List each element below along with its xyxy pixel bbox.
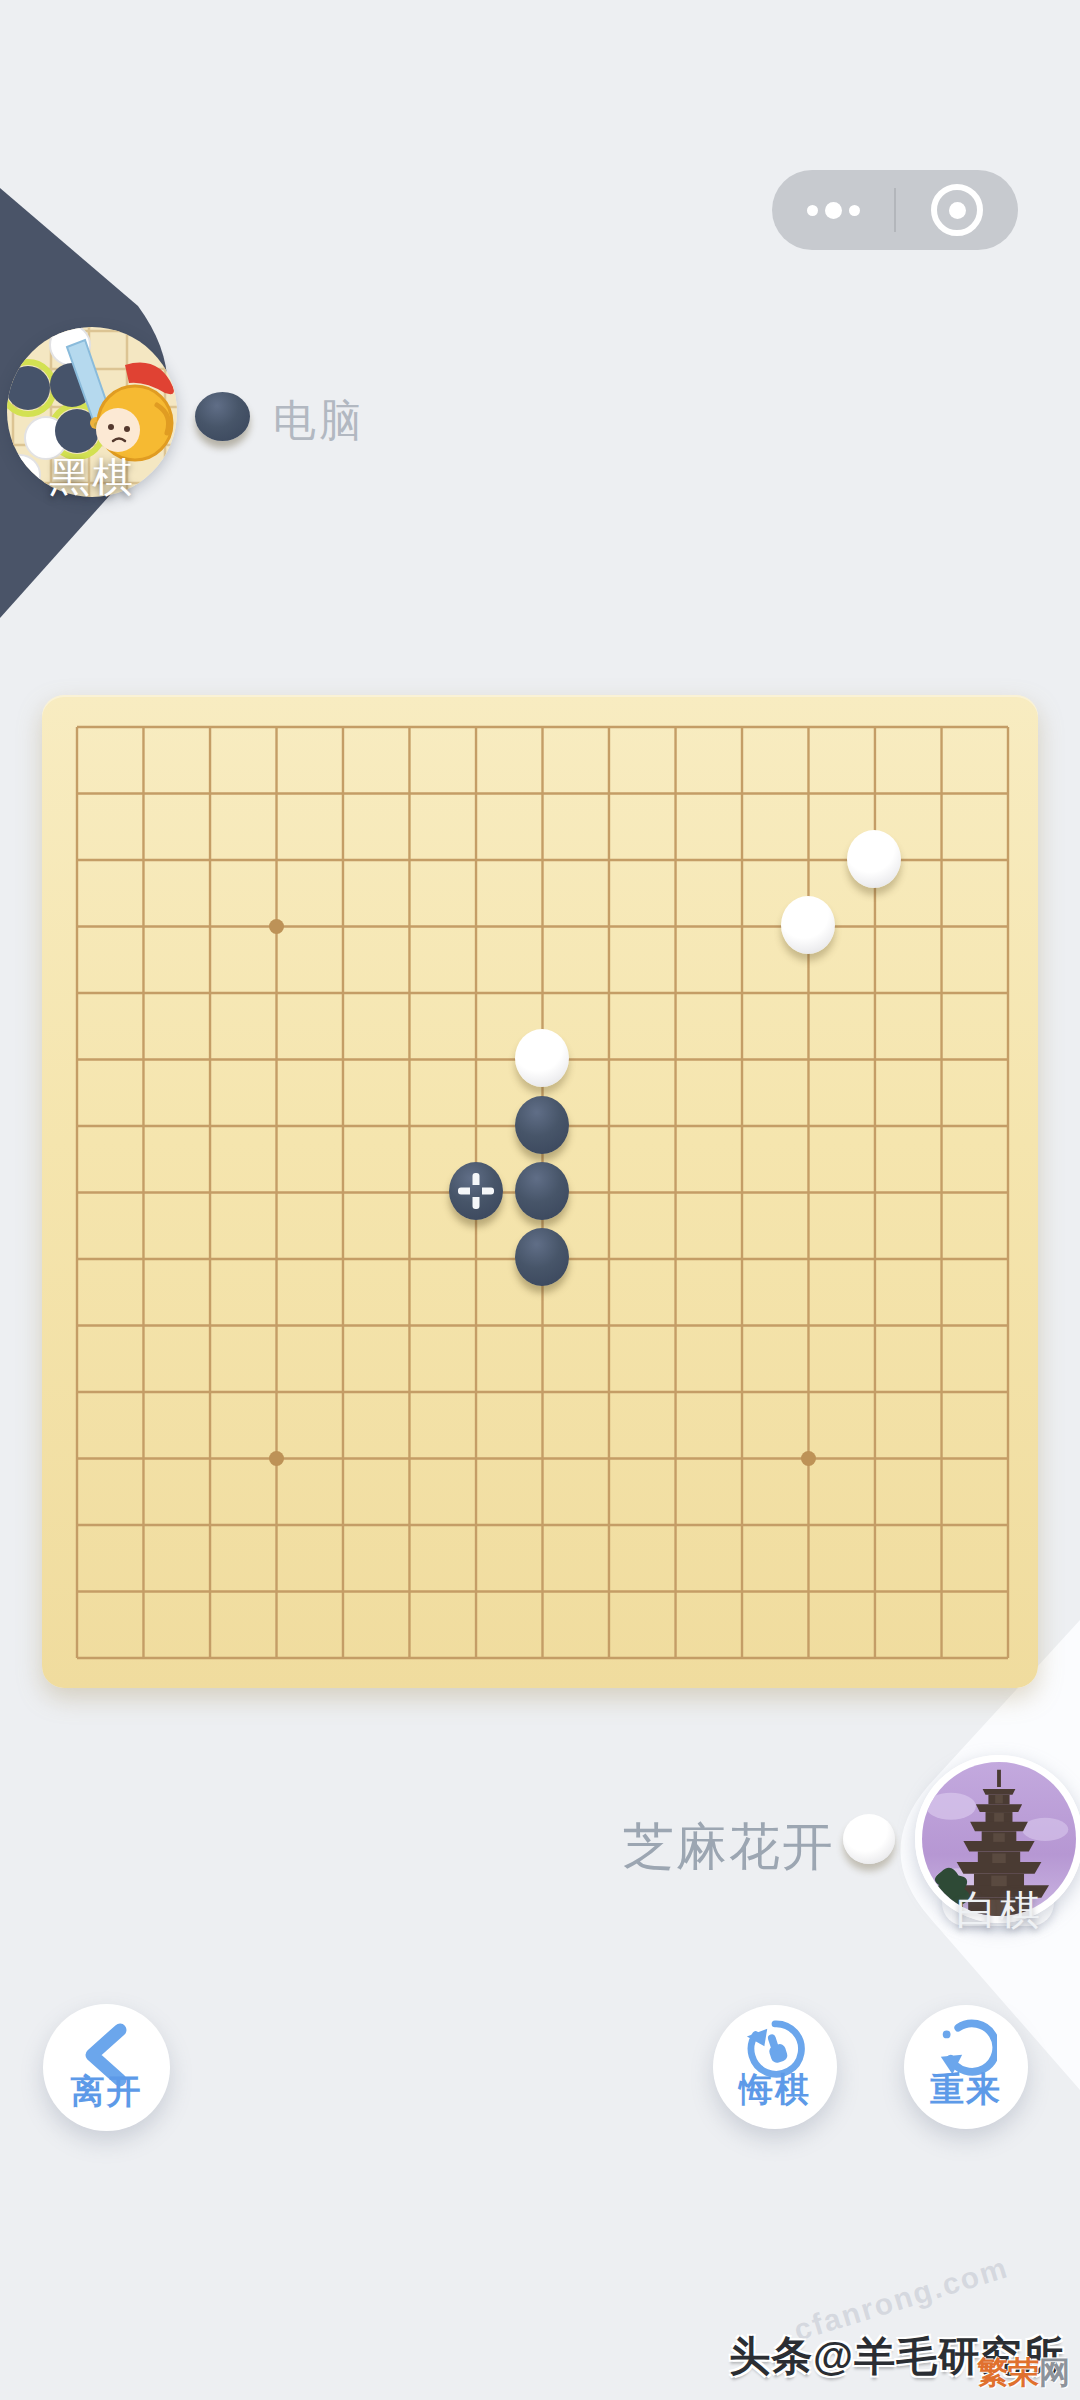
restart-label: 重来 — [904, 2067, 1028, 2113]
undo-button[interactable]: 悔棋 — [713, 2005, 837, 2129]
restart-button[interactable]: 重来 — [904, 2005, 1028, 2129]
black-player-name: 电脑 — [273, 392, 365, 450]
more-options-button[interactable] — [772, 170, 894, 250]
white-board-stone — [781, 896, 835, 954]
black-board-stone — [515, 1096, 569, 1154]
white-player-name: 芝麻花开 — [560, 1813, 835, 1882]
circle-target-icon — [931, 184, 983, 236]
exit-to-home-button[interactable] — [896, 170, 1018, 250]
leave-button[interactable]: 离开 — [43, 2004, 170, 2131]
white-board-stone — [515, 1029, 569, 1087]
leave-label: 离开 — [43, 2069, 170, 2115]
black-side-label: 黑棋 — [7, 450, 177, 505]
miniprogram-capsule — [772, 170, 1018, 250]
brand-watermark: 繁荣网 — [977, 2352, 1070, 2394]
white-board-stone — [847, 830, 901, 888]
three-dots-icon — [807, 202, 860, 219]
undo-label: 悔棋 — [713, 2067, 837, 2113]
black-board-stone — [515, 1228, 569, 1286]
brand-watermark-gray: 网 — [1039, 2355, 1070, 2390]
last-move-marker — [458, 1173, 494, 1209]
brand-watermark-orange: 繁荣 — [977, 2355, 1039, 2390]
black-board-stone — [515, 1162, 569, 1220]
white-side-label: 白棋 — [915, 1883, 1080, 1938]
black-stone-icon — [195, 392, 250, 441]
black-board-stone — [449, 1162, 503, 1220]
white-stone-icon — [843, 1814, 895, 1864]
app-screen: 黑棋 电脑 芝麻花开 — [0, 0, 1080, 2400]
